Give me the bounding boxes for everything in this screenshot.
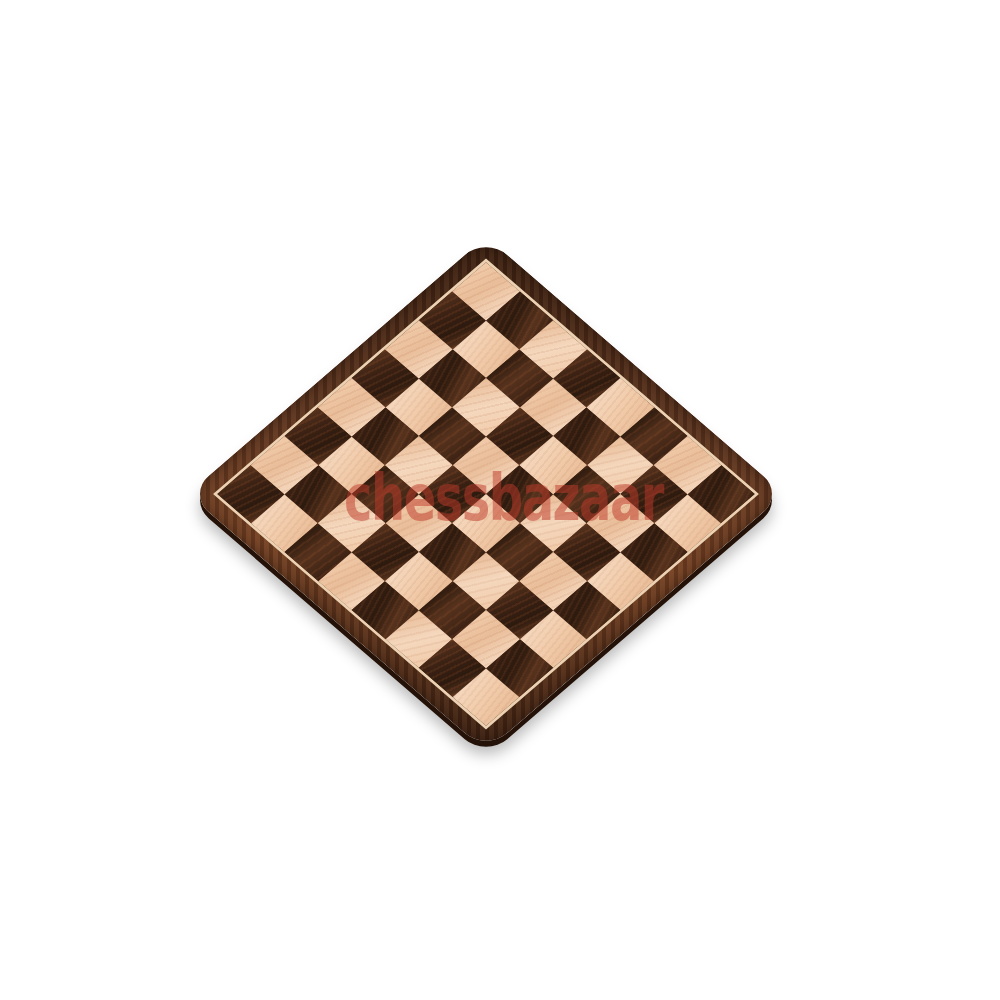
board-inlay-line — [213, 259, 759, 730]
product-photo-canvas: chessbazaar — [0, 0, 1000, 1000]
board-grid — [217, 262, 754, 726]
board-frame — [188, 237, 785, 752]
chess-board — [188, 237, 785, 752]
